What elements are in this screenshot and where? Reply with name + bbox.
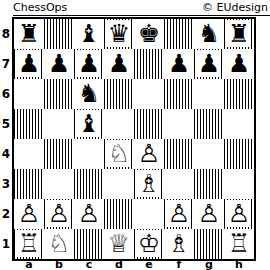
square-h8: ♜	[224, 19, 254, 49]
square-d2	[104, 199, 134, 229]
piece-black-pawn: ♟	[227, 50, 251, 77]
piece-white-rook: ♖	[227, 230, 251, 257]
piece-black-king: ♚	[137, 20, 161, 47]
square-e5	[134, 109, 164, 139]
square-e2	[134, 199, 164, 229]
piece-black-pawn: ♟	[167, 50, 191, 77]
file-label-c: c	[74, 260, 104, 270]
rank-label-5: 5	[0, 109, 12, 139]
piece-black-pawn: ♟	[17, 50, 41, 77]
square-h3	[224, 169, 254, 199]
square-g5	[194, 109, 224, 139]
piece-white-pawn: ♙	[137, 140, 161, 167]
piece-black-pawn: ♟	[77, 50, 101, 77]
square-d8: ♛	[104, 19, 134, 49]
rank-labels: 87654321	[0, 19, 12, 259]
piece-black-bishop: ♝	[77, 110, 101, 137]
square-a8: ♜	[14, 19, 44, 49]
square-f5	[164, 109, 194, 139]
square-e4: ♙	[134, 139, 164, 169]
square-c4	[74, 139, 104, 169]
square-c8: ♝	[74, 19, 104, 49]
square-g8: ♞	[194, 19, 224, 49]
square-a6	[14, 79, 44, 109]
square-b4	[44, 139, 74, 169]
square-d1: ♕	[104, 229, 134, 259]
header: ChessOps © EUdesign	[13, 1, 268, 14]
piece-white-rook: ♖	[17, 230, 41, 257]
chess-board: ♜♝♛♚♞♜♟♟♟♟♟♟♟♞♝♘♙♗♙♙♙♙♙♙♖♘♕♔♗♖	[14, 19, 254, 259]
file-labels: abcdefgh	[14, 260, 254, 270]
square-c1	[74, 229, 104, 259]
square-e6	[134, 79, 164, 109]
square-d3	[104, 169, 134, 199]
square-b7: ♟	[44, 49, 74, 79]
piece-white-knight: ♘	[47, 230, 71, 257]
square-e3: ♗	[134, 169, 164, 199]
square-a3	[14, 169, 44, 199]
square-f8	[164, 19, 194, 49]
square-g6	[194, 79, 224, 109]
app-title: ChessOps	[13, 1, 67, 14]
file-label-b: b	[44, 260, 74, 270]
square-g1	[194, 229, 224, 259]
square-h5	[224, 109, 254, 139]
square-e7	[134, 49, 164, 79]
piece-white-pawn: ♙	[17, 200, 41, 227]
square-c3	[74, 169, 104, 199]
piece-white-knight: ♘	[107, 140, 131, 167]
square-g7: ♟	[194, 49, 224, 79]
square-b6	[44, 79, 74, 109]
piece-white-queen: ♕	[107, 230, 131, 257]
piece-black-rook: ♜	[17, 20, 41, 47]
piece-black-pawn: ♟	[197, 50, 221, 77]
square-b8	[44, 19, 74, 49]
piece-white-pawn: ♙	[167, 200, 191, 227]
square-f7: ♟	[164, 49, 194, 79]
square-a2: ♙	[14, 199, 44, 229]
square-b2: ♙	[44, 199, 74, 229]
square-g4	[194, 139, 224, 169]
piece-white-pawn: ♙	[227, 200, 251, 227]
piece-black-knight: ♞	[197, 20, 221, 47]
square-h1: ♖	[224, 229, 254, 259]
square-f2: ♙	[164, 199, 194, 229]
square-h4	[224, 139, 254, 169]
square-d4: ♘	[104, 139, 134, 169]
square-d5	[104, 109, 134, 139]
file-label-a: a	[14, 260, 44, 270]
square-h2: ♙	[224, 199, 254, 229]
file-label-e: e	[134, 260, 164, 270]
square-f3	[164, 169, 194, 199]
square-b1: ♘	[44, 229, 74, 259]
square-f1: ♗	[164, 229, 194, 259]
copyright-credit: © EUdesign	[202, 1, 268, 14]
piece-black-pawn: ♟	[107, 50, 131, 77]
square-g2: ♙	[194, 199, 224, 229]
square-c7: ♟	[74, 49, 104, 79]
square-h6	[224, 79, 254, 109]
file-label-g: g	[194, 260, 224, 270]
rank-label-7: 7	[0, 49, 12, 79]
piece-black-rook: ♜	[227, 20, 251, 47]
piece-white-bishop: ♗	[167, 230, 191, 257]
rank-label-4: 4	[0, 139, 12, 169]
piece-black-bishop: ♝	[77, 20, 101, 47]
square-c5: ♝	[74, 109, 104, 139]
piece-white-pawn: ♙	[47, 200, 71, 227]
square-g3	[194, 169, 224, 199]
piece-black-knight: ♞	[77, 80, 101, 107]
square-c2: ♙	[74, 199, 104, 229]
square-b5	[44, 109, 74, 139]
file-label-h: h	[224, 260, 254, 270]
square-b3	[44, 169, 74, 199]
rank-label-3: 3	[0, 169, 12, 199]
square-c6: ♞	[74, 79, 104, 109]
rank-label-8: 8	[0, 19, 12, 49]
square-e8: ♚	[134, 19, 164, 49]
square-a4	[14, 139, 44, 169]
board-frame: ♜♝♛♚♞♜♟♟♟♟♟♟♟♞♝♘♙♗♙♙♙♙♙♙♖♘♕♔♗♖	[12, 17, 256, 261]
piece-white-king: ♔	[137, 230, 161, 257]
square-h7: ♟	[224, 49, 254, 79]
piece-white-pawn: ♙	[77, 200, 101, 227]
square-f4	[164, 139, 194, 169]
square-a7: ♟	[14, 49, 44, 79]
file-label-f: f	[164, 260, 194, 270]
file-label-d: d	[104, 260, 134, 270]
square-e1: ♔	[134, 229, 164, 259]
header-divider	[13, 15, 270, 16]
piece-white-pawn: ♙	[197, 200, 221, 227]
rank-label-1: 1	[0, 229, 12, 259]
square-d6	[104, 79, 134, 109]
piece-black-queen: ♛	[107, 20, 131, 47]
piece-white-bishop: ♗	[137, 170, 161, 197]
square-a5	[14, 109, 44, 139]
square-f6	[164, 79, 194, 109]
square-a1: ♖	[14, 229, 44, 259]
piece-black-pawn: ♟	[47, 50, 71, 77]
rank-label-6: 6	[0, 79, 12, 109]
square-d7: ♟	[104, 49, 134, 79]
rank-label-2: 2	[0, 199, 12, 229]
